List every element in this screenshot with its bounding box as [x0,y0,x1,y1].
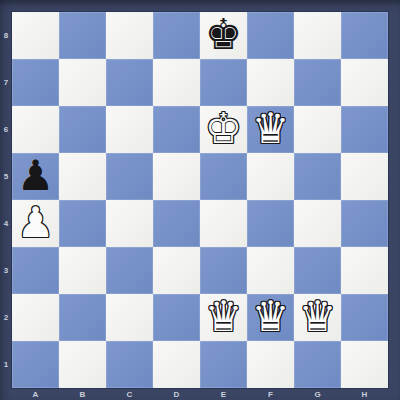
file-label-e: E [200,388,247,400]
piece-white-pawn-a4[interactable]: ♟ [17,199,55,246]
square-e1[interactable] [200,341,247,388]
square-b6[interactable] [59,106,106,153]
file-label-g: G [294,388,341,400]
board: ♚♚♛♟♟♛♛♛ [12,12,388,388]
square-c5[interactable] [106,153,153,200]
square-f6[interactable]: ♛ [247,106,294,153]
file-label-a: A [12,388,59,400]
piece-white-king-e6[interactable]: ♚ [205,105,243,152]
square-g8[interactable] [294,12,341,59]
piece-black-king-e8[interactable]: ♚ [205,11,243,58]
file-label-d: D [153,388,200,400]
square-c7[interactable] [106,59,153,106]
square-a2[interactable] [12,294,59,341]
piece-white-queen-f6[interactable]: ♛ [252,105,290,152]
square-f8[interactable] [247,12,294,59]
file-label-c: C [106,388,153,400]
square-c3[interactable] [106,247,153,294]
square-d4[interactable] [153,200,200,247]
file-label-b: B [59,388,106,400]
square-b4[interactable] [59,200,106,247]
square-c2[interactable] [106,294,153,341]
square-b5[interactable] [59,153,106,200]
square-b1[interactable] [59,341,106,388]
square-g7[interactable] [294,59,341,106]
square-a5[interactable]: ♟ [12,153,59,200]
square-h1[interactable] [341,341,388,388]
square-h3[interactable] [341,247,388,294]
piece-white-queen-f2[interactable]: ♛ [252,293,290,340]
rank-label-6: 6 [0,106,12,153]
square-g5[interactable] [294,153,341,200]
square-c4[interactable] [106,200,153,247]
square-h4[interactable] [341,200,388,247]
square-h5[interactable] [341,153,388,200]
square-a1[interactable] [12,341,59,388]
rank-label-5: 5 [0,153,12,200]
square-g6[interactable] [294,106,341,153]
square-g3[interactable] [294,247,341,294]
square-h8[interactable] [341,12,388,59]
rank-label-2: 2 [0,294,12,341]
square-h7[interactable] [341,59,388,106]
board-frame: 87654321 ♚♚♛♟♟♛♛♛ ABCDEFGH [0,0,400,400]
square-a8[interactable] [12,12,59,59]
square-a3[interactable] [12,247,59,294]
piece-white-queen-g2[interactable]: ♛ [299,293,337,340]
square-g2[interactable]: ♛ [294,294,341,341]
square-f2[interactable]: ♛ [247,294,294,341]
rank-label-8: 8 [0,12,12,59]
square-b8[interactable] [59,12,106,59]
square-f1[interactable] [247,341,294,388]
square-d2[interactable] [153,294,200,341]
rank-label-1: 1 [0,341,12,388]
rank-labels: 87654321 [0,12,12,388]
square-e6[interactable]: ♚ [200,106,247,153]
square-f7[interactable] [247,59,294,106]
file-labels: ABCDEFGH [12,388,388,400]
square-h2[interactable] [341,294,388,341]
square-d1[interactable] [153,341,200,388]
square-e2[interactable]: ♛ [200,294,247,341]
square-e7[interactable] [200,59,247,106]
square-f3[interactable] [247,247,294,294]
square-f5[interactable] [247,153,294,200]
rank-label-3: 3 [0,247,12,294]
square-e3[interactable] [200,247,247,294]
square-b2[interactable] [59,294,106,341]
square-g4[interactable] [294,200,341,247]
square-f4[interactable] [247,200,294,247]
square-b3[interactable] [59,247,106,294]
square-d6[interactable] [153,106,200,153]
square-c6[interactable] [106,106,153,153]
piece-white-queen-e2[interactable]: ♛ [205,293,243,340]
file-label-f: F [247,388,294,400]
square-e8[interactable]: ♚ [200,12,247,59]
square-d7[interactable] [153,59,200,106]
square-d5[interactable] [153,153,200,200]
square-d8[interactable] [153,12,200,59]
square-e5[interactable] [200,153,247,200]
file-label-h: H [341,388,388,400]
square-a6[interactable] [12,106,59,153]
square-c8[interactable] [106,12,153,59]
rank-label-4: 4 [0,200,12,247]
square-h6[interactable] [341,106,388,153]
square-a4[interactable]: ♟ [12,200,59,247]
square-a7[interactable] [12,59,59,106]
square-b7[interactable] [59,59,106,106]
square-c1[interactable] [106,341,153,388]
square-d3[interactable] [153,247,200,294]
square-g1[interactable] [294,341,341,388]
square-e4[interactable] [200,200,247,247]
rank-label-7: 7 [0,59,12,106]
piece-black-pawn-a5[interactable]: ♟ [17,152,55,199]
